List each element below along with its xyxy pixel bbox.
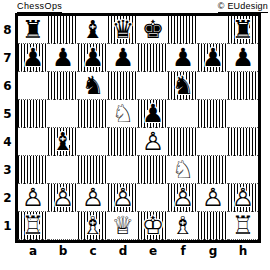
square-f7[interactable]: ♟: [168, 44, 198, 72]
piece-bP-b7[interactable]: ♟: [48, 44, 78, 71]
square-f6[interactable]: ♞: [168, 72, 198, 100]
square-g5[interactable]: [198, 100, 228, 128]
square-g2[interactable]: ♙: [198, 184, 228, 212]
piece-bK-e8[interactable]: ♚: [138, 16, 168, 43]
piece-bN-f6[interactable]: ♞: [168, 72, 198, 99]
square-a6[interactable]: [18, 72, 48, 100]
square-e2[interactable]: [138, 184, 168, 212]
square-c1[interactable]: ♗: [78, 212, 108, 240]
square-d2[interactable]: ♙: [108, 184, 138, 212]
file-label-d: d: [108, 245, 138, 258]
square-g8[interactable]: [198, 16, 228, 44]
rank-label-6: 6: [0, 72, 15, 100]
square-g1[interactable]: [198, 212, 228, 240]
piece-bR-a8[interactable]: ♜: [18, 16, 48, 43]
piece-wR-a1[interactable]: ♖: [18, 212, 48, 239]
square-g7[interactable]: ♟: [198, 44, 228, 72]
square-c2[interactable]: ♙: [78, 184, 108, 212]
square-b1[interactable]: [48, 212, 78, 240]
square-e5[interactable]: ♟: [138, 100, 168, 128]
piece-wP-d2[interactable]: ♙: [108, 184, 138, 211]
square-a2[interactable]: ♙: [18, 184, 48, 212]
square-c5[interactable]: [78, 100, 108, 128]
square-d7[interactable]: ♟: [108, 44, 138, 72]
square-f4[interactable]: [168, 128, 198, 156]
piece-bB-c8[interactable]: ♝: [78, 16, 108, 43]
copyright-text: © EUdesign: [218, 1, 268, 13]
square-f5[interactable]: [168, 100, 198, 128]
piece-bR-h8[interactable]: ♜: [228, 16, 258, 43]
piece-wK-e1[interactable]: ♔: [138, 212, 168, 239]
square-c6[interactable]: ♞: [78, 72, 108, 100]
square-a8[interactable]: ♜: [18, 16, 48, 44]
file-label-e: e: [138, 245, 168, 258]
square-f1[interactable]: ♗: [168, 212, 198, 240]
square-h3[interactable]: [228, 156, 258, 184]
square-e8[interactable]: ♚: [138, 16, 168, 44]
square-h1[interactable]: ♖: [228, 212, 258, 240]
square-a7[interactable]: ♟: [18, 44, 48, 72]
piece-wB-c1[interactable]: ♗: [78, 212, 108, 239]
piece-wN-f3[interactable]: ♘: [168, 156, 198, 183]
square-b4[interactable]: ♝: [48, 128, 78, 156]
piece-bP-a7[interactable]: ♟: [18, 44, 48, 71]
square-c4[interactable]: [78, 128, 108, 156]
square-e3[interactable]: [138, 156, 168, 184]
square-b2[interactable]: ♙: [48, 184, 78, 212]
piece-wN-d5[interactable]: ♘: [108, 100, 138, 127]
piece-bB-b4[interactable]: ♝: [48, 128, 78, 155]
square-g4[interactable]: [198, 128, 228, 156]
square-b7[interactable]: ♟: [48, 44, 78, 72]
piece-bP-h7[interactable]: ♟: [228, 44, 258, 71]
square-a5[interactable]: [18, 100, 48, 128]
square-h8[interactable]: ♜: [228, 16, 258, 44]
piece-wP-e4[interactable]: ♙: [138, 128, 168, 155]
square-d3[interactable]: [108, 156, 138, 184]
square-e7[interactable]: [138, 44, 168, 72]
chess-board: ♜♝♛♚♜♟♟♟♟♟♟♟♞♞♘♟♝♙♘♙♙♙♙♙♙♙♖♗♕♔♗♖: [15, 13, 261, 243]
piece-wP-c2[interactable]: ♙: [78, 184, 108, 211]
piece-bP-f7[interactable]: ♟: [168, 44, 198, 71]
square-f8[interactable]: [168, 16, 198, 44]
square-d4[interactable]: [108, 128, 138, 156]
square-d6[interactable]: [108, 72, 138, 100]
piece-bQ-d8[interactable]: ♛: [108, 16, 138, 43]
rank-label-7: 7: [0, 44, 15, 72]
rank-label-1: 1: [0, 212, 15, 240]
square-e1[interactable]: ♔: [138, 212, 168, 240]
square-h5[interactable]: [228, 100, 258, 128]
square-c7[interactable]: ♟: [78, 44, 108, 72]
square-g3[interactable]: [198, 156, 228, 184]
square-c8[interactable]: ♝: [78, 16, 108, 44]
piece-wP-f2[interactable]: ♙: [168, 184, 198, 211]
square-h6[interactable]: [228, 72, 258, 100]
square-b8[interactable]: [48, 16, 78, 44]
square-g6[interactable]: [198, 72, 228, 100]
piece-bP-d7[interactable]: ♟: [108, 44, 138, 71]
square-f2[interactable]: ♙: [168, 184, 198, 212]
piece-wQ-d1[interactable]: ♕: [108, 212, 138, 239]
piece-wP-h2[interactable]: ♙: [228, 184, 258, 211]
file-label-c: c: [78, 245, 108, 258]
piece-bP-e5[interactable]: ♟: [138, 100, 168, 127]
square-b6[interactable]: [48, 72, 78, 100]
rank-label-3: 3: [0, 156, 15, 184]
square-b5[interactable]: [48, 100, 78, 128]
file-label-f: f: [168, 245, 198, 258]
piece-wR-h1[interactable]: ♖: [228, 212, 258, 239]
file-label-a: a: [18, 245, 48, 258]
square-h4[interactable]: [228, 128, 258, 156]
piece-wB-f1[interactable]: ♗: [168, 212, 198, 239]
square-a4[interactable]: [18, 128, 48, 156]
piece-bP-c7[interactable]: ♟: [78, 44, 108, 71]
square-e6[interactable]: [138, 72, 168, 100]
piece-wP-a2[interactable]: ♙: [18, 184, 48, 211]
square-e4[interactable]: ♙: [138, 128, 168, 156]
rank-label-4: 4: [0, 128, 15, 156]
piece-wP-b2[interactable]: ♙: [48, 184, 78, 211]
piece-wP-g2[interactable]: ♙: [198, 184, 228, 211]
file-label-h: h: [228, 245, 258, 258]
rank-labels: 87654321: [0, 16, 15, 240]
rank-label-5: 5: [0, 100, 15, 128]
square-d5[interactable]: ♘: [108, 100, 138, 128]
file-label-b: b: [48, 245, 78, 258]
piece-bN-c6[interactable]: ♞: [78, 72, 108, 99]
square-f3[interactable]: ♘: [168, 156, 198, 184]
square-b3[interactable]: [48, 156, 78, 184]
square-h7[interactable]: ♟: [228, 44, 258, 72]
square-h2[interactable]: ♙: [228, 184, 258, 212]
square-a3[interactable]: [18, 156, 48, 184]
rank-label-2: 2: [0, 184, 15, 212]
file-label-g: g: [198, 245, 228, 258]
square-a1[interactable]: ♖: [18, 212, 48, 240]
app-title: ChessOps: [17, 1, 62, 13]
file-labels: abcdefgh: [18, 245, 258, 258]
square-d1[interactable]: ♕: [108, 212, 138, 240]
square-c3[interactable]: [78, 156, 108, 184]
rank-label-8: 8: [0, 16, 15, 44]
piece-bP-g7[interactable]: ♟: [198, 44, 228, 71]
square-d8[interactable]: ♛: [108, 16, 138, 44]
